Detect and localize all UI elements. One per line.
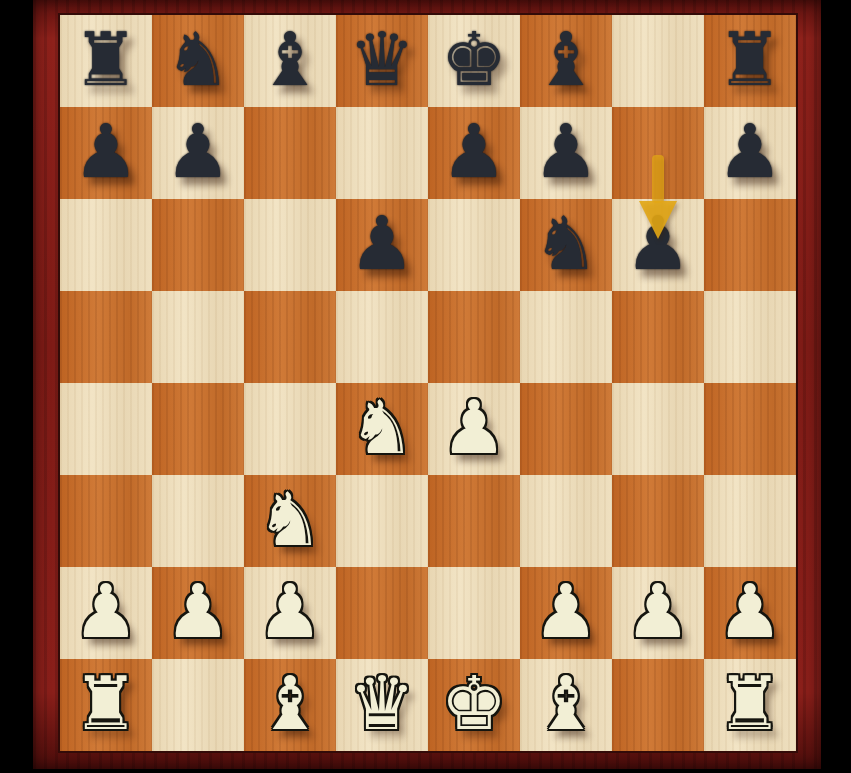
piece-white-pawn[interactable]: ♟ bbox=[533, 574, 599, 648]
square-e8[interactable]: ♚ bbox=[428, 15, 520, 107]
piece-white-pawn[interactable]: ♟ bbox=[73, 574, 139, 648]
square-f7[interactable]: ♟ bbox=[520, 107, 612, 199]
piece-black-rook[interactable]: ♜ bbox=[73, 22, 139, 96]
square-e7[interactable]: ♟ bbox=[428, 107, 520, 199]
piece-black-pawn[interactable]: ♟ bbox=[165, 114, 231, 188]
piece-white-queen[interactable]: ♛ bbox=[349, 666, 415, 740]
square-h6[interactable] bbox=[704, 199, 796, 291]
square-d2[interactable] bbox=[336, 567, 428, 659]
square-h2[interactable]: ♟ bbox=[704, 567, 796, 659]
square-e3[interactable] bbox=[428, 475, 520, 567]
piece-white-pawn[interactable]: ♟ bbox=[717, 574, 783, 648]
piece-black-king[interactable]: ♚ bbox=[441, 22, 507, 96]
square-c1[interactable]: ♝ bbox=[244, 659, 336, 751]
piece-white-pawn[interactable]: ♟ bbox=[257, 574, 323, 648]
square-g7[interactable] bbox=[612, 107, 704, 199]
square-a6[interactable] bbox=[60, 199, 152, 291]
square-h1[interactable]: ♜ bbox=[704, 659, 796, 751]
piece-black-queen[interactable]: ♛ bbox=[349, 22, 415, 96]
square-g6[interactable]: ♟ bbox=[612, 199, 704, 291]
square-b2[interactable]: ♟ bbox=[152, 567, 244, 659]
square-h8[interactable]: ♜ bbox=[704, 15, 796, 107]
square-b6[interactable] bbox=[152, 199, 244, 291]
chess-app-background: ♜♞♝♛♚♝♜♟♟♟♟♟♟♞♟♞♟♞♟♟♟♟♟♟♜♝♛♚♝♜ bbox=[0, 0, 851, 773]
square-a4[interactable] bbox=[60, 383, 152, 475]
square-e4[interactable]: ♟ bbox=[428, 383, 520, 475]
square-f1[interactable]: ♝ bbox=[520, 659, 612, 751]
piece-black-pawn[interactable]: ♟ bbox=[717, 114, 783, 188]
square-f3[interactable] bbox=[520, 475, 612, 567]
square-e5[interactable] bbox=[428, 291, 520, 383]
square-d4[interactable]: ♞ bbox=[336, 383, 428, 475]
square-d5[interactable] bbox=[336, 291, 428, 383]
piece-black-pawn[interactable]: ♟ bbox=[533, 114, 599, 188]
square-h7[interactable]: ♟ bbox=[704, 107, 796, 199]
piece-white-rook[interactable]: ♜ bbox=[73, 666, 139, 740]
square-b3[interactable] bbox=[152, 475, 244, 567]
square-d3[interactable] bbox=[336, 475, 428, 567]
square-b1[interactable] bbox=[152, 659, 244, 751]
square-b4[interactable] bbox=[152, 383, 244, 475]
square-b8[interactable]: ♞ bbox=[152, 15, 244, 107]
piece-white-king[interactable]: ♚ bbox=[441, 666, 507, 740]
square-a7[interactable]: ♟ bbox=[60, 107, 152, 199]
piece-black-knight[interactable]: ♞ bbox=[165, 22, 231, 96]
piece-black-pawn[interactable]: ♟ bbox=[73, 114, 139, 188]
piece-black-bishop[interactable]: ♝ bbox=[533, 22, 599, 96]
square-g3[interactable] bbox=[612, 475, 704, 567]
square-e1[interactable]: ♚ bbox=[428, 659, 520, 751]
piece-white-knight[interactable]: ♞ bbox=[349, 390, 415, 464]
square-d6[interactable]: ♟ bbox=[336, 199, 428, 291]
square-f8[interactable]: ♝ bbox=[520, 15, 612, 107]
square-b7[interactable]: ♟ bbox=[152, 107, 244, 199]
square-f2[interactable]: ♟ bbox=[520, 567, 612, 659]
square-d1[interactable]: ♛ bbox=[336, 659, 428, 751]
piece-white-bishop[interactable]: ♝ bbox=[533, 666, 599, 740]
square-g5[interactable] bbox=[612, 291, 704, 383]
square-c7[interactable] bbox=[244, 107, 336, 199]
square-g4[interactable] bbox=[612, 383, 704, 475]
square-c6[interactable] bbox=[244, 199, 336, 291]
piece-black-knight[interactable]: ♞ bbox=[533, 206, 599, 280]
square-c2[interactable]: ♟ bbox=[244, 567, 336, 659]
square-a5[interactable] bbox=[60, 291, 152, 383]
square-a2[interactable]: ♟ bbox=[60, 567, 152, 659]
square-e2[interactable] bbox=[428, 567, 520, 659]
square-f5[interactable] bbox=[520, 291, 612, 383]
chess-board: ♜♞♝♛♚♝♜♟♟♟♟♟♟♞♟♞♟♞♟♟♟♟♟♟♜♝♛♚♝♜ bbox=[60, 15, 796, 751]
board-frame: ♜♞♝♛♚♝♜♟♟♟♟♟♟♞♟♞♟♞♟♟♟♟♟♟♜♝♛♚♝♜ bbox=[33, 0, 821, 769]
piece-black-pawn[interactable]: ♟ bbox=[625, 206, 691, 280]
square-h5[interactable] bbox=[704, 291, 796, 383]
piece-black-rook[interactable]: ♜ bbox=[717, 22, 783, 96]
square-g1[interactable] bbox=[612, 659, 704, 751]
square-a1[interactable]: ♜ bbox=[60, 659, 152, 751]
square-c5[interactable] bbox=[244, 291, 336, 383]
square-c8[interactable]: ♝ bbox=[244, 15, 336, 107]
piece-white-knight[interactable]: ♞ bbox=[257, 482, 323, 556]
square-a3[interactable] bbox=[60, 475, 152, 567]
piece-black-pawn[interactable]: ♟ bbox=[441, 114, 507, 188]
square-g8[interactable] bbox=[612, 15, 704, 107]
piece-white-pawn[interactable]: ♟ bbox=[165, 574, 231, 648]
square-a8[interactable]: ♜ bbox=[60, 15, 152, 107]
square-b5[interactable] bbox=[152, 291, 244, 383]
piece-black-bishop[interactable]: ♝ bbox=[257, 22, 323, 96]
square-h3[interactable] bbox=[704, 475, 796, 567]
square-f6[interactable]: ♞ bbox=[520, 199, 612, 291]
square-f4[interactable] bbox=[520, 383, 612, 475]
square-d8[interactable]: ♛ bbox=[336, 15, 428, 107]
piece-white-pawn[interactable]: ♟ bbox=[625, 574, 691, 648]
piece-white-rook[interactable]: ♜ bbox=[717, 666, 783, 740]
square-c3[interactable]: ♞ bbox=[244, 475, 336, 567]
piece-white-pawn[interactable]: ♟ bbox=[441, 390, 507, 464]
piece-white-bishop[interactable]: ♝ bbox=[257, 666, 323, 740]
square-g2[interactable]: ♟ bbox=[612, 567, 704, 659]
square-h4[interactable] bbox=[704, 383, 796, 475]
square-c4[interactable] bbox=[244, 383, 336, 475]
square-d7[interactable] bbox=[336, 107, 428, 199]
piece-black-pawn[interactable]: ♟ bbox=[349, 206, 415, 280]
square-e6[interactable] bbox=[428, 199, 520, 291]
